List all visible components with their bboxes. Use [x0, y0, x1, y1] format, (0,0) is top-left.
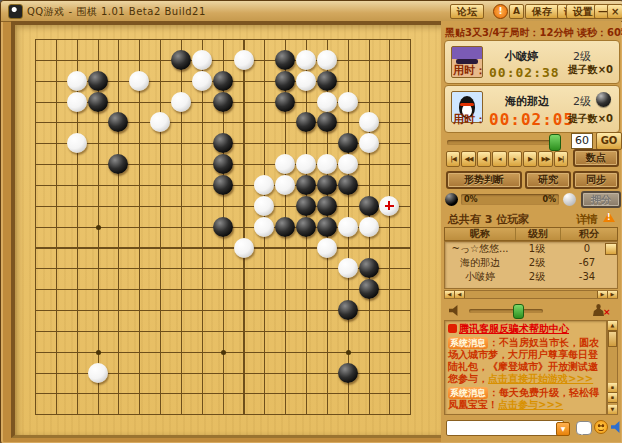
black-stone [338, 133, 358, 153]
player-count-label: 总共有 3 位玩家 [448, 212, 529, 227]
player-row[interactable]: 海的那边2级-67 [445, 256, 617, 270]
hscroll-right-icon[interactable]: ▶ [607, 291, 618, 298]
board-frame [11, 21, 446, 438]
go-button[interactable]: GO [596, 132, 622, 150]
black-stone [338, 363, 358, 383]
black-stone [317, 175, 337, 195]
white-stone [359, 112, 379, 132]
count-button[interactable]: 数点 [573, 149, 619, 167]
hscroll-left-icon[interactable]: ◀ [445, 291, 455, 298]
white-stone [192, 71, 212, 91]
territory-bar: 0% 0% [461, 194, 559, 205]
system-message: 系统消息：每天免费升级，轻松得凤凰宝宝！点击参与>>> [448, 387, 603, 411]
black-stone [275, 50, 295, 70]
white-stone [359, 217, 379, 237]
black-stone [359, 258, 379, 278]
player-name: 海的那边 [505, 94, 549, 109]
mute-x-icon: × [603, 307, 611, 317]
message-link[interactable]: 点击直接开始游戏>>> [488, 373, 593, 384]
system-badge: 系统消息 [448, 337, 488, 349]
col-level: 级别 [516, 228, 561, 240]
forum-button[interactable]: 论坛 [450, 4, 484, 19]
volume-track[interactable] [469, 309, 543, 313]
black-stone [338, 300, 358, 320]
white-stone [338, 154, 358, 174]
white-stone [379, 196, 399, 216]
white-stone-icon [563, 193, 576, 206]
white-stone [171, 92, 191, 112]
white-stone [338, 258, 358, 278]
player-level: 2级 [573, 94, 591, 109]
time-used-value: 00:02:38 [489, 65, 560, 80]
captures-count: 提子数×0 [568, 63, 613, 77]
row-level: 2级 [515, 256, 559, 270]
hscroll-left2-icon[interactable]: ◀ [455, 291, 465, 298]
black-stone-turn-icon [596, 92, 611, 107]
captures-count: 提子数×0 [568, 112, 613, 126]
white-stone [338, 217, 358, 237]
scroll-thumb[interactable] [608, 331, 617, 347]
white-stone [192, 50, 212, 70]
sound-toggle-icon[interactable] [611, 421, 622, 433]
replay-nav-button-5[interactable]: ▶ [523, 151, 537, 167]
komi-label: 黑贴3又3/4子 [445, 26, 510, 40]
move-number-box[interactable]: 60 [571, 133, 593, 149]
go-board[interactable] [15, 25, 443, 435]
white-stone [296, 50, 316, 70]
input-dropdown-icon[interactable]: ▼ [556, 422, 570, 436]
replay-nav: |◀◀◀◀◂▸▶▶▶▶| [446, 151, 568, 167]
message-link[interactable]: 点击参与>>> [498, 399, 563, 410]
white-stone [67, 133, 87, 153]
white-stone [317, 154, 337, 174]
white-stone [317, 238, 337, 258]
black-territory-percent: 0% [464, 194, 478, 205]
star-point [221, 350, 226, 355]
chat-messages[interactable]: 腾讯客服反骗术帮助中心 系统消息：不当房奴当市长，圆农场入城市梦，大厅用户尊享每… [444, 320, 607, 415]
emoji-icon[interactable] [594, 420, 608, 434]
black-stone [213, 71, 233, 91]
row-nickname: 小啵婷 [445, 270, 515, 284]
star-point [346, 350, 351, 355]
black-stone [338, 175, 358, 195]
black-stone [296, 175, 316, 195]
list-vscroll-thumb[interactable] [605, 243, 617, 255]
alert-icon[interactable]: ! [493, 4, 508, 19]
system-message: 系统消息：不当房奴当市长，圆农场入城市梦，大厅用户尊享每日登陆礼包，《摩登城市》… [448, 337, 603, 385]
white-stone [317, 50, 337, 70]
replay-nav-button-7[interactable]: ▶| [554, 151, 568, 167]
details-link[interactable]: 详情 [576, 212, 598, 227]
replay-nav-button-0[interactable]: |◀ [446, 151, 460, 167]
bet-button[interactable]: 押分 [581, 191, 621, 208]
white-stone [234, 50, 254, 70]
estimate-button[interactable]: 形势判断 [446, 171, 522, 189]
service-notice[interactable]: 腾讯客服反骗术帮助中心 [448, 323, 603, 335]
replay-nav-button-3[interactable]: ◂ [492, 151, 506, 167]
row-score: -67 [559, 256, 615, 270]
black-stone [296, 217, 316, 237]
black-stone [88, 71, 108, 91]
white-stone [67, 92, 87, 112]
white-stone [296, 71, 316, 91]
side-panel: 黑贴3又3/4子 局时：12分钟 读秒：60秒 小啵婷 2级 用时： 00:02… [441, 21, 621, 442]
black-stone-icon [445, 193, 458, 206]
black-stone [88, 92, 108, 112]
row-level: 1级 [515, 242, 559, 256]
player-card-black: 海的那边 2级 用时： 00:02:05 提子数×0 [444, 85, 620, 133]
black-stone [359, 196, 379, 216]
white-stone [254, 217, 274, 237]
chat-input[interactable]: ▼ [446, 420, 564, 436]
window-title: QQ游戏 - 围棋 1.01 Beta2 Build21 [27, 5, 206, 19]
move-slider-track[interactable] [447, 140, 561, 145]
scroll-btn-b[interactable]: ▪ [608, 393, 617, 403]
warning-triangle-icon[interactable]: ! [603, 212, 615, 222]
move-slider-handle[interactable] [549, 134, 561, 151]
rules-bar: 黑贴3又3/4子 局时：12分钟 读秒：60秒 [445, 26, 619, 40]
title-bar: QQ游戏 - 围棋 1.01 Beta2 Build21 论坛 ! A 保存 读… [1, 1, 622, 22]
list-hscrollbar[interactable]: ◀ ◀ ▶ ▶ [444, 290, 618, 299]
black-stone [213, 154, 233, 174]
row-nickname: ~っ☆悠悠... [445, 242, 515, 256]
white-stone [275, 175, 295, 195]
replay-nav-button-2[interactable]: ◀ [477, 151, 491, 167]
white-stone [296, 154, 316, 174]
white-stone [359, 133, 379, 153]
chat-scrollbar[interactable]: ▲ ▪ ▪ ▼ [607, 320, 618, 415]
service-icon [448, 324, 457, 333]
sync-button[interactable]: 同步 [573, 171, 619, 189]
player-table[interactable]: ~っ☆悠悠...1级0海的那边2级-67小啵婷2级-34 [444, 241, 618, 289]
black-stone [171, 50, 191, 70]
white-territory-percent: 0% [542, 194, 556, 205]
study-button[interactable]: 研究 [525, 171, 571, 189]
white-stone [67, 71, 87, 91]
black-stone [317, 217, 337, 237]
black-stone [275, 217, 295, 237]
black-stone [213, 217, 233, 237]
volume-handle[interactable] [513, 304, 524, 319]
time-used-value: 00:02:05 [489, 110, 574, 129]
white-stone [317, 92, 337, 112]
col-score: 积分 [561, 228, 617, 240]
black-stone [275, 71, 295, 91]
time-rule-label: 局时：12分钟 读秒：60秒 [510, 26, 622, 40]
chat-bubble-icon[interactable] [576, 421, 592, 435]
app-icon [8, 4, 23, 19]
black-stone [359, 279, 379, 299]
player-table-header: 昵称 级别 积分 [444, 227, 618, 241]
col-nickname: 昵称 [445, 228, 516, 240]
player-level: 2级 [573, 49, 591, 64]
black-stone [213, 175, 233, 195]
replay-nav-button-1[interactable]: ◀◀ [461, 151, 475, 167]
player-name: 小啵婷 [505, 49, 538, 64]
player-row[interactable]: ~っ☆悠悠...1级0 [445, 242, 617, 256]
replay-nav-button-6[interactable]: ▶▶ [538, 151, 552, 167]
player-row[interactable]: 小啵婷2级-34 [445, 270, 617, 284]
black-stone [213, 92, 233, 112]
replay-nav-button-4[interactable]: ▸ [508, 151, 522, 167]
star-point [96, 225, 101, 230]
black-stone [317, 71, 337, 91]
app-window: QQ游戏 - 围棋 1.01 Beta2 Build21 论坛 ! A 保存 读… [0, 0, 622, 443]
scroll-down-icon[interactable]: ▼ [608, 405, 617, 414]
scroll-up-icon[interactable]: ▲ [608, 321, 617, 331]
black-stone [296, 196, 316, 216]
scroll-btn-a[interactable]: ▪ [608, 383, 617, 393]
last-move-marker [379, 196, 399, 216]
black-stone [275, 92, 295, 112]
time-used-label: 用时： [453, 63, 486, 78]
row-level: 2级 [515, 270, 559, 284]
font-icon[interactable]: A [509, 4, 524, 19]
close-button[interactable]: × [607, 4, 622, 19]
save-button[interactable]: 保存 [525, 4, 559, 19]
chat-speaker-icon[interactable] [449, 305, 462, 316]
row-nickname: 海的那边 [445, 256, 515, 270]
star-point [96, 350, 101, 355]
player-card-white: 小啵婷 2级 用时： 00:02:38 提子数×0 [444, 40, 620, 84]
time-used-label: 用时： [453, 112, 486, 127]
white-stone [129, 71, 149, 91]
white-stone [234, 238, 254, 258]
white-stone [338, 92, 358, 112]
white-stone [88, 363, 108, 383]
row-score: -34 [559, 270, 615, 284]
black-stone [213, 133, 233, 153]
black-stone [317, 196, 337, 216]
system-badge: 系统消息 [448, 387, 488, 399]
